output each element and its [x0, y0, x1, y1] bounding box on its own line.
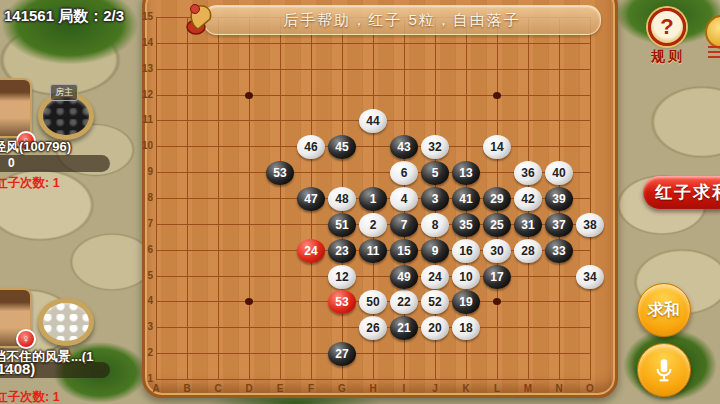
red-stone-request-button[interactable]: 红子求和 — [643, 176, 720, 209]
stone-black-33-N6: 33 — [545, 239, 573, 263]
column-label-D: D — [243, 383, 255, 394]
column-label-L: L — [491, 383, 503, 394]
stone-white-40-N9: 40 — [545, 161, 573, 185]
column-label-O: O — [584, 383, 596, 394]
row-label-13: 13 — [139, 63, 153, 74]
star-point-D4 — [245, 298, 253, 305]
stone-white-4-I8: 4 — [390, 187, 418, 211]
row-label-9: 9 — [139, 166, 153, 177]
stone-black-13-K9: 13 — [452, 161, 480, 185]
column-label-M: M — [522, 383, 534, 394]
column-label-F: F — [305, 383, 317, 394]
stone-black-51-G7: 51 — [328, 213, 356, 237]
row-label-1: 1 — [139, 373, 153, 384]
stone-black-25-L7: 25 — [483, 213, 511, 237]
stone-white-36-M9: 36 — [514, 161, 542, 185]
row-label-12: 12 — [139, 89, 153, 100]
stone-black-23-G6: 23 — [328, 239, 356, 263]
column-label-I: I — [398, 383, 410, 394]
stone-white-6-I9: 6 — [390, 161, 418, 185]
column-label-E: E — [274, 383, 286, 394]
stone-black-37-N7: 37 — [545, 213, 573, 237]
row-label-7: 7 — [139, 218, 153, 229]
column-label-C: C — [212, 383, 224, 394]
stone-white-16-K6: 16 — [452, 239, 480, 263]
stone-black-5-J9: 5 — [421, 161, 449, 185]
stone-black-19-K4: 19 — [452, 290, 480, 314]
column-label-N: N — [553, 383, 565, 394]
stone-white-26-H3: 26 — [359, 316, 387, 340]
white-stone-bowl — [38, 298, 94, 346]
row-label-15: 15 — [139, 11, 153, 22]
star-point-L4 — [493, 298, 501, 305]
announcement-banner: 后手帮助，红子 5粒，自由落子 — [203, 5, 601, 35]
row-label-11: 11 — [139, 114, 153, 125]
player-top-red-count: 红子次数: 1 — [0, 175, 60, 192]
stone-white-24-J5: 24 — [421, 265, 449, 289]
stone-black-49-I5: 49 — [390, 265, 418, 289]
stone-black-41-K8: 41 — [452, 187, 480, 211]
stone-black-9-J6: 9 — [421, 239, 449, 263]
star-point-L12 — [493, 92, 501, 99]
rules-label: 规则 — [645, 48, 691, 66]
rules-question-icon[interactable]: ? — [648, 8, 686, 46]
stone-black-3-J8: 3 — [421, 187, 449, 211]
stone-black-27-G2: 27 — [328, 342, 356, 366]
stone-white-8-J7: 8 — [421, 213, 449, 237]
row-label-8: 8 — [139, 192, 153, 203]
row-label-4: 4 — [139, 295, 153, 306]
game-screen: ABCDEFGHIJKLMNO1234567891011121314151234… — [0, 0, 720, 404]
stone-black-21-I3: 21 — [390, 316, 418, 340]
player-top-avatar[interactable] — [0, 78, 32, 138]
stone-white-48-G8: 48 — [328, 187, 356, 211]
column-label-B: B — [181, 383, 193, 394]
stone-white-20-J3: 20 — [421, 316, 449, 340]
row-label-6: 6 — [139, 244, 153, 255]
stone-black-45-G10: 45 — [328, 135, 356, 159]
player-bottom-name-line2: 1408) — [0, 360, 35, 377]
row-label-3: 3 — [139, 321, 153, 332]
microphone-icon — [651, 357, 677, 383]
stone-black-53-E9: 53 — [266, 161, 294, 185]
column-label-J: J — [429, 383, 441, 394]
stone-black-15-I6: 15 — [390, 239, 418, 263]
player-top-name: 轻风(100796) — [0, 138, 71, 156]
stone-white-42-M8: 42 — [514, 187, 542, 211]
stone-red-53-G4: 53 — [328, 290, 356, 314]
stone-black-11-H6: 11 — [359, 239, 387, 263]
megaphone-icon — [183, 1, 219, 37]
stone-white-32-J10: 32 — [421, 135, 449, 159]
stone-white-34-O5: 34 — [576, 265, 604, 289]
stone-black-47-F8: 47 — [297, 187, 325, 211]
stone-black-17-L5: 17 — [483, 265, 511, 289]
stone-black-1-H8: 1 — [359, 187, 387, 211]
stone-white-38-O7: 38 — [576, 213, 604, 237]
stone-white-18-K3: 18 — [452, 316, 480, 340]
stone-black-29-L8: 29 — [483, 187, 511, 211]
stone-black-31-M7: 31 — [514, 213, 542, 237]
edge-clipped-icon-label — [708, 46, 720, 58]
mic-button[interactable] — [637, 343, 691, 397]
row-label-14: 14 — [139, 37, 153, 48]
column-label-K: K — [460, 383, 472, 394]
stone-black-35-K7: 35 — [452, 213, 480, 237]
stone-white-14-L10: 14 — [483, 135, 511, 159]
room-info: 141561 局数：2/3 — [4, 7, 124, 26]
stone-red-24-F6: 24 — [297, 239, 325, 263]
stone-white-30-L6: 30 — [483, 239, 511, 263]
stone-black-39-N8: 39 — [545, 187, 573, 211]
row-label-5: 5 — [139, 270, 153, 281]
player-bottom-red-count: 红子次数: 1 — [0, 389, 60, 404]
stone-white-50-H4: 50 — [359, 290, 387, 314]
room-owner-tag: 房主 — [50, 84, 78, 101]
stone-white-28-M6: 28 — [514, 239, 542, 263]
gomoku-board[interactable]: ABCDEFGHIJKLMNO1234567891011121314151234… — [156, 17, 591, 380]
player-bottom-gender-icon: ♀ — [16, 329, 36, 349]
player-top-score: 0 — [0, 155, 110, 172]
stone-black-43-I10: 43 — [390, 135, 418, 159]
stone-white-10-K5: 10 — [452, 265, 480, 289]
stone-white-52-J4: 52 — [421, 290, 449, 314]
draw-request-button[interactable]: 求和 — [637, 283, 691, 337]
row-label-2: 2 — [139, 347, 153, 358]
stone-white-12-G5: 12 — [328, 265, 356, 289]
column-label-G: G — [336, 383, 348, 394]
column-label-A: A — [150, 383, 162, 394]
star-point-D12 — [245, 92, 253, 99]
stone-black-7-I7: 7 — [390, 213, 418, 237]
stone-white-46-F10: 46 — [297, 135, 325, 159]
row-label-10: 10 — [139, 140, 153, 151]
stone-white-22-I4: 22 — [390, 290, 418, 314]
stone-white-44-H11: 44 — [359, 109, 387, 133]
column-label-H: H — [367, 383, 379, 394]
stone-white-2-H7: 2 — [359, 213, 387, 237]
